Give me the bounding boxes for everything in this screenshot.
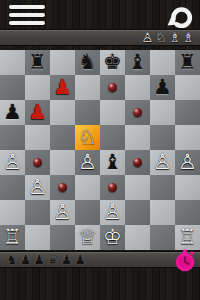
square-a8[interactable] <box>0 50 25 75</box>
square-e1[interactable]: ♔ <box>100 225 125 250</box>
square-c8[interactable] <box>50 50 75 75</box>
square-b5[interactable] <box>25 125 50 150</box>
white-pawn: ♙ <box>50 200 75 225</box>
square-d1[interactable]: ♕ <box>75 225 100 250</box>
move-hint-dot <box>133 108 142 117</box>
chess-board: ♜♞♚♝♜♟♟♟♟♘♙♙♝♙♙♙♙♙♖♕♔♖ <box>0 50 200 250</box>
menu-button[interactable] <box>9 5 45 26</box>
hamburger-menu-icon <box>9 5 45 9</box>
square-f8[interactable]: ♝ <box>125 50 150 75</box>
undo-button[interactable] <box>165 2 193 28</box>
captured-white-pieces-tray: ♙♘♗♗ <box>0 29 200 46</box>
square-c3[interactable] <box>50 175 75 200</box>
square-d3[interactable] <box>75 175 100 200</box>
square-g6[interactable] <box>150 100 175 125</box>
black-pawn-threatened: ♟ <box>25 100 50 125</box>
square-h5[interactable] <box>175 125 200 150</box>
white-pawn: ♙ <box>100 200 125 225</box>
square-g2[interactable] <box>150 200 175 225</box>
square-e4[interactable]: ♝ <box>100 150 125 175</box>
square-d2[interactable] <box>75 200 100 225</box>
black-rook: ♜ <box>25 50 50 75</box>
chess-app-screen: ♙♘♗♗ ♜♞♚♝♜♟♟♟♟♘♙♙♝♙♙♙♙♙♖♕♔♖ ♞♟♟♛♟♟ <box>0 0 200 300</box>
captured-black-pawn: ♟ <box>20 251 32 268</box>
square-h1[interactable]: ♖ <box>175 225 200 250</box>
square-e5[interactable] <box>100 125 125 150</box>
captured-white-bishop: ♗ <box>169 29 181 46</box>
square-d4[interactable]: ♙ <box>75 150 100 175</box>
square-b4[interactable] <box>25 150 50 175</box>
square-a6[interactable]: ♟ <box>0 100 25 125</box>
square-e3[interactable] <box>100 175 125 200</box>
captured-black-pawn: ♟ <box>33 251 45 268</box>
white-rook: ♖ <box>0 225 25 250</box>
square-a5[interactable] <box>0 125 25 150</box>
square-b7[interactable] <box>25 75 50 100</box>
square-a1[interactable]: ♖ <box>0 225 25 250</box>
square-a3[interactable] <box>0 175 25 200</box>
square-d8[interactable]: ♞ <box>75 50 100 75</box>
square-f6[interactable] <box>125 100 150 125</box>
square-g7[interactable]: ♟ <box>150 75 175 100</box>
undo-arrow-icon <box>165 2 193 28</box>
square-f5[interactable] <box>125 125 150 150</box>
header-bar <box>0 0 200 29</box>
square-c6[interactable] <box>50 100 75 125</box>
square-f4[interactable] <box>125 150 150 175</box>
captured-black-pawn: ♟ <box>74 251 86 268</box>
captured-white-pawn: ♙ <box>141 29 153 46</box>
black-rook: ♜ <box>175 50 200 75</box>
square-g8[interactable] <box>150 50 175 75</box>
black-pawn: ♟ <box>150 75 175 100</box>
square-h8[interactable]: ♜ <box>175 50 200 75</box>
square-e8[interactable]: ♚ <box>100 50 125 75</box>
white-queen: ♕ <box>75 225 100 250</box>
square-a7[interactable] <box>0 75 25 100</box>
square-b1[interactable] <box>25 225 50 250</box>
move-hint-dot <box>108 183 117 192</box>
square-e2[interactable]: ♙ <box>100 200 125 225</box>
square-h6[interactable] <box>175 100 200 125</box>
square-c7[interactable]: ♟ <box>50 75 75 100</box>
square-h4[interactable]: ♙ <box>175 150 200 175</box>
square-h2[interactable] <box>175 200 200 225</box>
square-d7[interactable] <box>75 75 100 100</box>
black-pawn: ♟ <box>0 100 25 125</box>
white-king: ♔ <box>100 225 125 250</box>
move-hint-dot <box>33 158 42 167</box>
square-b3[interactable]: ♙ <box>25 175 50 200</box>
white-pawn: ♙ <box>150 150 175 175</box>
square-c5[interactable] <box>50 125 75 150</box>
white-pawn: ♙ <box>0 150 25 175</box>
square-c2[interactable]: ♙ <box>50 200 75 225</box>
square-a2[interactable] <box>0 200 25 225</box>
white-pawn: ♙ <box>75 150 100 175</box>
square-h3[interactable] <box>175 175 200 200</box>
square-d5[interactable]: ♘ <box>75 125 100 150</box>
white-rook: ♖ <box>175 225 200 250</box>
black-king: ♚ <box>100 50 125 75</box>
captured-white-bishop: ♗ <box>182 29 194 46</box>
square-b2[interactable] <box>25 200 50 225</box>
square-c4[interactable] <box>50 150 75 175</box>
square-f1[interactable] <box>125 225 150 250</box>
square-e7[interactable] <box>100 75 125 100</box>
square-b6[interactable]: ♟ <box>25 100 50 125</box>
white-knight-selected: ♘ <box>75 125 100 150</box>
square-g5[interactable] <box>150 125 175 150</box>
move-hint-dot <box>133 158 142 167</box>
square-g1[interactable] <box>150 225 175 250</box>
square-h7[interactable] <box>175 75 200 100</box>
square-f7[interactable] <box>125 75 150 100</box>
black-bishop: ♝ <box>125 50 150 75</box>
captured-black-pieces-tray: ♞♟♟♛♟♟ <box>0 251 200 268</box>
captured-black-knight: ♞ <box>6 251 18 268</box>
captured-black-pawn: ♟ <box>61 251 73 268</box>
square-g3[interactable] <box>150 175 175 200</box>
square-c1[interactable] <box>50 225 75 250</box>
square-b8[interactable]: ♜ <box>25 50 50 75</box>
move-hint-dot <box>58 183 67 192</box>
square-f3[interactable] <box>125 175 150 200</box>
move-hint-dot <box>108 83 117 92</box>
timer-clock-icon <box>174 249 196 272</box>
white-pawn: ♙ <box>25 175 50 200</box>
black-bishop: ♝ <box>100 150 125 175</box>
white-pawn: ♙ <box>175 150 200 175</box>
captured-black-queen: ♛ <box>47 251 59 268</box>
square-f2[interactable] <box>125 200 150 225</box>
square-a4[interactable]: ♙ <box>0 150 25 175</box>
square-g4[interactable]: ♙ <box>150 150 175 175</box>
square-e6[interactable] <box>100 100 125 125</box>
captured-white-knight: ♘ <box>155 29 167 46</box>
black-pawn-threatened: ♟ <box>50 75 75 100</box>
square-d6[interactable] <box>75 100 100 125</box>
black-knight: ♞ <box>75 50 100 75</box>
